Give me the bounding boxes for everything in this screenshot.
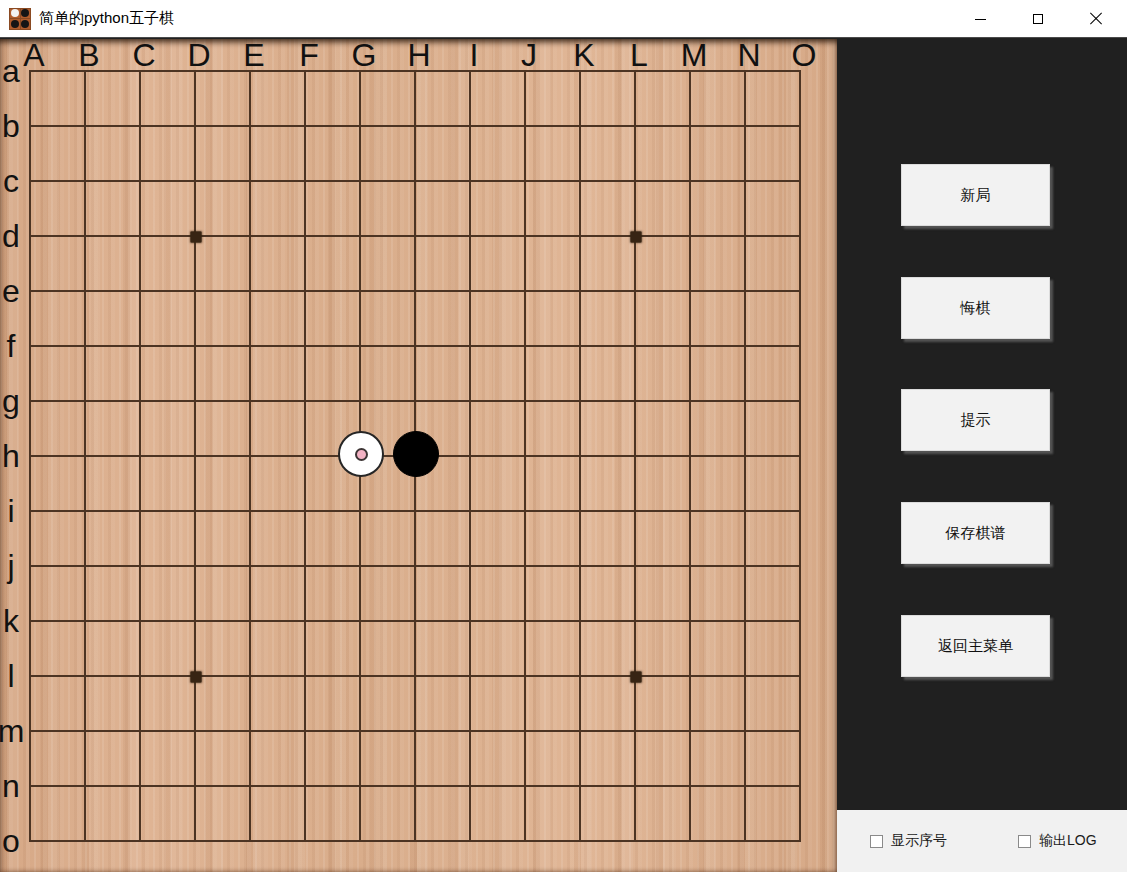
row-label-d: d bbox=[2, 218, 20, 255]
row-label-i: i bbox=[7, 493, 14, 530]
row-label-g: g bbox=[2, 383, 20, 420]
undo-move-button-label: 悔棋 bbox=[961, 299, 991, 318]
back-to-menu-button[interactable]: 返回主菜单 bbox=[901, 615, 1050, 677]
black-stone-Hh bbox=[393, 431, 439, 477]
column-label-G: G bbox=[352, 39, 377, 71]
show-move-numbers-checkbox[interactable]: 显示序号 bbox=[870, 832, 947, 850]
row-label-e: e bbox=[2, 273, 20, 310]
save-record-button[interactable]: 保存棋谱 bbox=[901, 502, 1050, 564]
close-icon bbox=[1089, 12, 1103, 26]
last-move-marker bbox=[355, 448, 368, 461]
close-button[interactable] bbox=[1067, 0, 1125, 38]
hint-button[interactable]: 提示 bbox=[901, 389, 1050, 451]
output-log-checkbox-label: 输出LOG bbox=[1039, 832, 1097, 850]
minimize-button[interactable] bbox=[951, 0, 1009, 38]
column-label-O: O bbox=[792, 39, 817, 71]
row-label-f: f bbox=[7, 328, 16, 365]
column-label-H: H bbox=[407, 39, 430, 71]
row-label-c: c bbox=[3, 163, 19, 200]
star-point bbox=[191, 672, 202, 683]
new-game-button-label: 新局 bbox=[961, 186, 991, 205]
column-label-K: K bbox=[573, 39, 594, 71]
column-label-D: D bbox=[187, 39, 210, 71]
column-label-M: M bbox=[681, 39, 708, 71]
column-label-E: E bbox=[243, 39, 264, 71]
maximize-icon bbox=[1033, 14, 1043, 24]
output-log-checkbox-box[interactable] bbox=[1018, 835, 1031, 848]
column-label-I: I bbox=[470, 39, 479, 71]
row-label-n: n bbox=[2, 768, 20, 805]
row-label-b: b bbox=[2, 108, 20, 145]
column-label-J: J bbox=[521, 39, 537, 71]
output-log-checkbox[interactable]: 输出LOG bbox=[1018, 832, 1097, 850]
client-area: ABCDEFGHIJKLMNOabcdefghijklmno 新局悔棋提示保存棋… bbox=[0, 39, 1127, 872]
new-game-button[interactable]: 新局 bbox=[901, 164, 1050, 226]
icon-white-stone bbox=[11, 9, 19, 17]
icon-black-stone bbox=[21, 20, 29, 28]
row-label-h: h bbox=[2, 438, 20, 475]
row-label-l: l bbox=[7, 658, 14, 695]
window-title: 简单的python五子棋 bbox=[39, 9, 174, 28]
column-label-A: A bbox=[23, 39, 44, 71]
maximize-button[interactable] bbox=[1009, 0, 1067, 38]
row-label-a: a bbox=[2, 53, 20, 90]
row-label-o: o bbox=[2, 823, 20, 860]
row-label-m: m bbox=[0, 713, 24, 750]
minimize-icon bbox=[975, 19, 986, 20]
title-bar: 简单的python五子棋 bbox=[0, 0, 1127, 38]
checkbox-strip: 显示序号输出LOG bbox=[837, 810, 1127, 872]
app-icon bbox=[9, 8, 31, 30]
column-label-B: B bbox=[78, 39, 99, 71]
side-panel: 新局悔棋提示保存棋谱返回主菜单 bbox=[837, 39, 1127, 810]
window-controls bbox=[951, 0, 1125, 38]
show-move-numbers-checkbox-box[interactable] bbox=[870, 835, 883, 848]
star-point bbox=[631, 672, 642, 683]
column-label-L: L bbox=[630, 39, 648, 71]
column-label-F: F bbox=[299, 39, 319, 71]
back-to-menu-button-label: 返回主菜单 bbox=[938, 637, 1013, 656]
column-label-N: N bbox=[737, 39, 760, 71]
icon-black-stone bbox=[11, 20, 19, 28]
app-window: 简单的python五子棋 ABCDEFGHIJKLMNOabcdefghijkl… bbox=[0, 0, 1127, 872]
star-point bbox=[631, 232, 642, 243]
icon-black-stone bbox=[21, 9, 29, 17]
show-move-numbers-checkbox-label: 显示序号 bbox=[891, 832, 947, 850]
hint-button-label: 提示 bbox=[961, 411, 991, 430]
save-record-button-label: 保存棋谱 bbox=[946, 524, 1006, 543]
row-label-j: j bbox=[7, 548, 14, 585]
undo-move-button[interactable]: 悔棋 bbox=[901, 277, 1050, 339]
star-point bbox=[191, 232, 202, 243]
column-label-C: C bbox=[132, 39, 155, 71]
board[interactable]: ABCDEFGHIJKLMNOabcdefghijklmno bbox=[0, 39, 837, 872]
white-stone-Gh bbox=[338, 431, 384, 477]
row-label-k: k bbox=[3, 603, 19, 640]
